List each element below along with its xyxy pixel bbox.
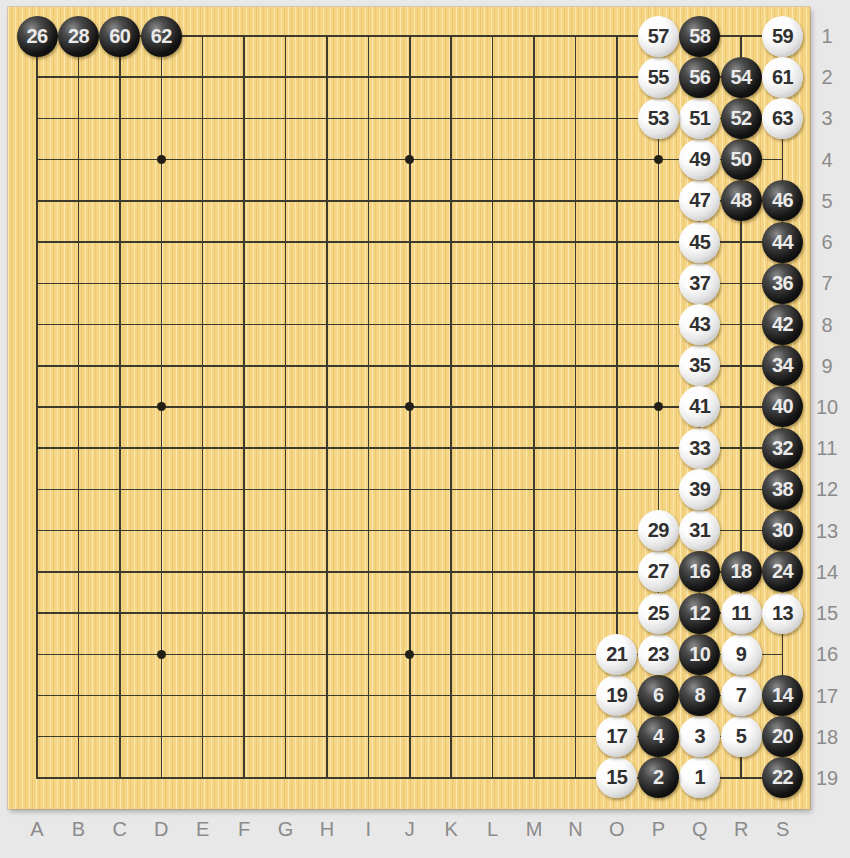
row-label-16: 16 [810,643,844,665]
stone-black-2[interactable]: 2 [638,757,679,798]
stone-white-35[interactable]: 35 [679,345,720,386]
row-label-7: 7 [810,272,844,294]
stone-white-11[interactable]: 11 [721,593,762,634]
col-label-R: R [720,818,762,840]
col-label-L: L [472,818,514,840]
stone-black-60[interactable]: 60 [99,16,140,57]
col-label-M: M [513,818,555,840]
stone-black-36[interactable]: 36 [762,263,803,304]
stone-black-32[interactable]: 32 [762,428,803,469]
stone-white-63[interactable]: 63 [762,98,803,139]
star-point [157,155,166,164]
stone-black-56[interactable]: 56 [679,57,720,98]
stone-black-16[interactable]: 16 [679,551,720,592]
col-label-A: A [16,818,58,840]
stone-white-17[interactable]: 17 [596,716,637,757]
stone-black-30[interactable]: 30 [762,510,803,551]
stone-black-28[interactable]: 28 [58,16,99,57]
stone-black-18[interactable]: 18 [721,551,762,592]
stone-black-8[interactable]: 8 [679,675,720,716]
star-point [405,155,414,164]
row-label-2: 2 [810,66,844,88]
stone-white-1[interactable]: 1 [679,757,720,798]
row-label-5: 5 [810,190,844,212]
row-label-4: 4 [810,149,844,171]
row-label-15: 15 [810,602,844,624]
stone-black-54[interactable]: 54 [721,57,762,98]
col-label-N: N [554,818,596,840]
col-label-O: O [596,818,638,840]
stone-white-57[interactable]: 57 [638,16,679,57]
stone-black-40[interactable]: 40 [762,386,803,427]
stone-white-5[interactable]: 5 [721,716,762,757]
col-label-C: C [99,818,141,840]
stone-black-14[interactable]: 14 [762,675,803,716]
stone-white-13[interactable]: 13 [762,593,803,634]
col-label-E: E [182,818,224,840]
stone-black-42[interactable]: 42 [762,304,803,345]
col-label-I: I [347,818,389,840]
stone-white-43[interactable]: 43 [679,304,720,345]
grid-line-horizontal [36,447,783,449]
col-label-Q: Q [679,818,721,840]
stone-white-29[interactable]: 29 [638,510,679,551]
star-point [405,650,414,659]
stone-white-19[interactable]: 19 [596,675,637,716]
star-point [157,650,166,659]
stone-white-37[interactable]: 37 [679,263,720,304]
stone-white-41[interactable]: 41 [679,386,720,427]
col-label-G: G [265,818,307,840]
row-label-17: 17 [810,685,844,707]
row-label-14: 14 [810,561,844,583]
stone-white-53[interactable]: 53 [638,98,679,139]
stone-white-25[interactable]: 25 [638,593,679,634]
stone-black-4[interactable]: 4 [638,716,679,757]
grid-line-vertical [450,35,452,778]
grid-line-vertical [533,35,535,778]
stone-black-6[interactable]: 6 [638,675,679,716]
stone-white-15[interactable]: 15 [596,757,637,798]
stone-white-3[interactable]: 3 [679,716,720,757]
stone-white-47[interactable]: 47 [679,180,720,221]
stone-white-27[interactable]: 27 [638,551,679,592]
stone-black-50[interactable]: 50 [721,139,762,180]
stone-white-9[interactable]: 9 [721,634,762,675]
star-point [654,155,663,164]
page: 1234567891011121314151617181920212223242… [0,0,850,858]
row-label-1: 1 [810,25,844,47]
grid-line-vertical [492,35,494,778]
stone-black-62[interactable]: 62 [141,16,182,57]
col-label-K: K [430,818,472,840]
stone-black-52[interactable]: 52 [721,98,762,139]
col-label-S: S [762,818,804,840]
stone-black-48[interactable]: 48 [721,180,762,221]
stone-white-55[interactable]: 55 [638,57,679,98]
col-label-D: D [140,818,182,840]
row-label-19: 19 [810,767,844,789]
star-point [157,402,166,411]
col-label-H: H [306,818,348,840]
stone-black-10[interactable]: 10 [679,634,720,675]
col-label-J: J [389,818,431,840]
stone-black-12[interactable]: 12 [679,593,720,634]
star-point [654,402,663,411]
stone-black-20[interactable]: 20 [762,716,803,757]
col-label-B: B [57,818,99,840]
stone-white-61[interactable]: 61 [762,57,803,98]
grid-line-horizontal [36,489,783,491]
stone-white-51[interactable]: 51 [679,98,720,139]
stone-black-24[interactable]: 24 [762,551,803,592]
row-label-12: 12 [810,478,844,500]
stone-black-22[interactable]: 22 [762,757,803,798]
stone-white-23[interactable]: 23 [638,634,679,675]
stone-white-31[interactable]: 31 [679,510,720,551]
stone-black-46[interactable]: 46 [762,180,803,221]
grid-line-vertical [575,35,577,778]
row-label-6: 6 [810,231,844,253]
col-label-P: P [637,818,679,840]
stone-black-38[interactable]: 38 [762,469,803,510]
stone-black-34[interactable]: 34 [762,345,803,386]
stone-white-59[interactable]: 59 [762,16,803,57]
go-board[interactable]: 1234567891011121314151617181920212223242… [8,7,810,809]
stone-white-39[interactable]: 39 [679,469,720,510]
stone-white-7[interactable]: 7 [721,675,762,716]
row-label-3: 3 [810,107,844,129]
stone-black-44[interactable]: 44 [762,222,803,263]
col-label-F: F [223,818,265,840]
stone-white-33[interactable]: 33 [679,428,720,469]
row-label-13: 13 [810,520,844,542]
stone-white-49[interactable]: 49 [679,139,720,180]
stone-white-21[interactable]: 21 [596,634,637,675]
stone-black-58[interactable]: 58 [679,16,720,57]
row-label-9: 9 [810,355,844,377]
row-label-10: 10 [810,396,844,418]
row-label-18: 18 [810,726,844,748]
star-point [405,402,414,411]
row-label-8: 8 [810,314,844,336]
stone-white-45[interactable]: 45 [679,222,720,263]
row-label-11: 11 [810,437,844,459]
stone-black-26[interactable]: 26 [17,16,58,57]
